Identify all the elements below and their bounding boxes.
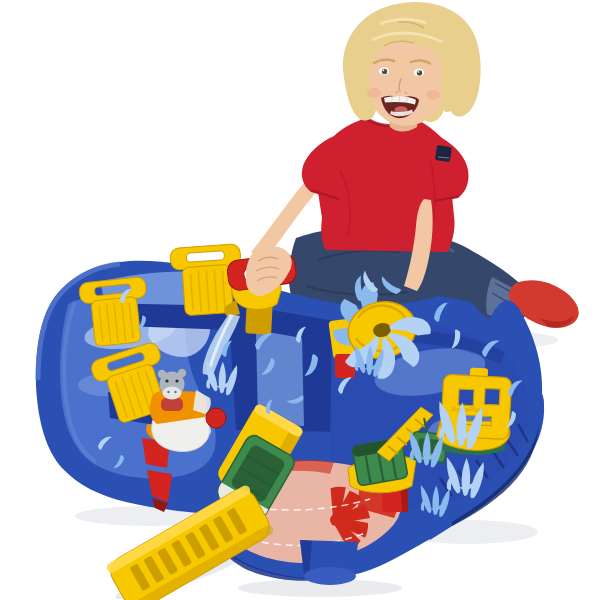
child-hand bbox=[246, 246, 292, 296]
eye-left bbox=[379, 67, 389, 74]
nostril bbox=[405, 92, 407, 94]
red-knob bbox=[206, 408, 226, 428]
product-photo: AquaPlay bbox=[0, 0, 600, 600]
support-leg bbox=[300, 540, 358, 585]
sleeve-tag bbox=[435, 145, 452, 162]
hippo-figure bbox=[158, 369, 186, 411]
cheek-blush bbox=[367, 88, 381, 98]
eye-right bbox=[414, 69, 424, 77]
nostril bbox=[396, 91, 398, 93]
cheek-blush bbox=[426, 90, 440, 100]
scene-illustration: AquaPlay bbox=[0, 0, 600, 600]
